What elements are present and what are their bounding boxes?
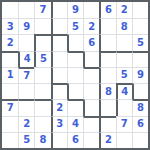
- sudoku-cell[interactable]: [51, 67, 67, 83]
- sudoku-cell[interactable]: [2, 83, 18, 99]
- sudoku-cell[interactable]: 9: [18, 18, 34, 34]
- sudoku-cell[interactable]: 2: [116, 2, 132, 18]
- sudoku-cell[interactable]: 2: [51, 99, 67, 115]
- sudoku-cell[interactable]: 9: [67, 2, 83, 18]
- sudoku-cell[interactable]: [2, 132, 18, 148]
- sudoku-cell[interactable]: [2, 2, 18, 18]
- sudoku-cell[interactable]: [51, 51, 67, 67]
- sudoku-cell[interactable]: [132, 83, 148, 99]
- sudoku-cell[interactable]: [132, 18, 148, 34]
- sudoku-cell[interactable]: [99, 99, 115, 115]
- sudoku-cell[interactable]: [116, 132, 132, 148]
- sudoku-cell[interactable]: 6: [132, 116, 148, 132]
- given-digit: 7: [121, 119, 128, 129]
- given-digit: 5: [23, 135, 30, 145]
- given-digit: 3: [56, 119, 63, 129]
- sudoku-cell[interactable]: 5: [34, 51, 50, 67]
- given-digit: 2: [121, 5, 128, 15]
- sudoku-cell[interactable]: 7: [2, 99, 18, 115]
- sudoku-cell[interactable]: [51, 34, 67, 50]
- given-digit: 2: [88, 22, 95, 32]
- given-digit: 5: [40, 54, 47, 64]
- sudoku-cell[interactable]: [67, 67, 83, 83]
- given-digit: 4: [121, 87, 128, 97]
- sudoku-cell[interactable]: [116, 34, 132, 50]
- sudoku-cell[interactable]: 6: [67, 132, 83, 148]
- given-digit: 8: [105, 87, 112, 97]
- sudoku-cell[interactable]: 2: [99, 132, 115, 148]
- sudoku-cell[interactable]: [67, 99, 83, 115]
- sudoku-cell[interactable]: 4: [116, 83, 132, 99]
- sudoku-cell[interactable]: [2, 116, 18, 132]
- sudoku-cell[interactable]: [83, 132, 99, 148]
- sudoku-cell[interactable]: [116, 51, 132, 67]
- given-digit: 5: [72, 22, 79, 32]
- given-digit: 6: [105, 5, 112, 15]
- sudoku-cell[interactable]: [2, 51, 18, 67]
- sudoku-cell[interactable]: 8: [116, 18, 132, 34]
- sudoku-cell[interactable]: [18, 83, 34, 99]
- sudoku-cell[interactable]: [34, 67, 50, 83]
- sudoku-cell[interactable]: [67, 51, 83, 67]
- sudoku-cell[interactable]: 8: [34, 132, 50, 148]
- given-digit: 1: [7, 70, 14, 80]
- given-digit: 2: [23, 119, 30, 129]
- given-digit: 9: [23, 22, 30, 32]
- sudoku-cell[interactable]: 2: [2, 34, 18, 50]
- given-digit: 6: [72, 135, 79, 145]
- sudoku-cell[interactable]: [99, 18, 115, 34]
- sudoku-cell[interactable]: [34, 99, 50, 115]
- sudoku-cell[interactable]: [18, 34, 34, 50]
- sudoku-cell[interactable]: [99, 51, 115, 67]
- sudoku-cell[interactable]: [99, 34, 115, 50]
- sudoku-cell[interactable]: [51, 132, 67, 148]
- sudoku-cell[interactable]: 6: [83, 34, 99, 50]
- sudoku-cell[interactable]: 5: [67, 18, 83, 34]
- sudoku-cell[interactable]: [83, 83, 99, 99]
- given-digit: 2: [56, 103, 63, 113]
- sudoku-cell[interactable]: [67, 34, 83, 50]
- sudoku-cell[interactable]: 2: [83, 18, 99, 34]
- given-digit: 4: [24, 54, 31, 64]
- sudoku-cell[interactable]: 8: [99, 83, 115, 99]
- given-digit: 7: [40, 5, 47, 15]
- sudoku-cell[interactable]: [132, 51, 148, 67]
- given-digit: 6: [88, 38, 95, 48]
- sudoku-cell[interactable]: [132, 132, 148, 148]
- sudoku-cell[interactable]: [67, 83, 83, 99]
- sudoku-cell[interactable]: 5: [132, 34, 148, 50]
- sudoku-cell[interactable]: 3: [2, 18, 18, 34]
- sudoku-cell[interactable]: 7: [34, 2, 50, 18]
- given-digit: 5: [121, 70, 128, 80]
- sudoku-cell[interactable]: 6: [99, 2, 115, 18]
- given-digit: 5: [137, 38, 144, 48]
- sudoku-cell[interactable]: [83, 99, 99, 115]
- sudoku-cell[interactable]: [51, 83, 67, 99]
- sudoku-cell[interactable]: [83, 116, 99, 132]
- sudoku-cell[interactable]: [34, 116, 50, 132]
- given-digit: 8: [137, 103, 144, 113]
- sudoku-cell[interactable]: 5: [18, 132, 34, 148]
- given-digit: 2: [7, 38, 14, 48]
- sudoku-cell[interactable]: 5: [116, 67, 132, 83]
- given-digit: 7: [7, 103, 14, 113]
- sudoku-cell[interactable]: [99, 67, 115, 83]
- sudoku-cell[interactable]: [83, 67, 99, 83]
- sudoku-cell[interactable]: [34, 83, 50, 99]
- given-digit: 8: [121, 22, 128, 32]
- given-digit: 4: [72, 119, 79, 129]
- sudoku-cell[interactable]: 9: [132, 67, 148, 83]
- sudoku-cell[interactable]: [34, 34, 50, 50]
- sudoku-cell[interactable]: [18, 2, 34, 18]
- given-digit: 7: [23, 71, 30, 81]
- given-digit: 6: [137, 119, 144, 129]
- sudoku-cell[interactable]: 2: [18, 116, 34, 132]
- given-digit: 3: [7, 22, 14, 32]
- sudoku-board: 79623952826545175984728234765862: [0, 0, 150, 150]
- sudoku-cell[interactable]: [51, 18, 67, 34]
- sudoku-cell[interactable]: 7: [116, 116, 132, 132]
- sudoku-cell[interactable]: 7: [18, 67, 34, 83]
- sudoku-cell[interactable]: [18, 99, 34, 115]
- sudoku-cell[interactable]: [34, 18, 50, 34]
- given-digit: 8: [40, 135, 47, 145]
- sudoku-cell[interactable]: [99, 116, 115, 132]
- sudoku-cell[interactable]: 4: [67, 116, 83, 132]
- given-digit: 2: [105, 135, 112, 145]
- sudoku-cell[interactable]: 3: [51, 116, 67, 132]
- sudoku-cell[interactable]: [116, 99, 132, 115]
- sudoku-cell[interactable]: [51, 2, 67, 18]
- given-digit: 9: [72, 5, 79, 15]
- sudoku-cell[interactable]: 4: [18, 51, 34, 67]
- sudoku-cell[interactable]: 8: [132, 99, 148, 115]
- sudoku-cell[interactable]: 1: [2, 67, 18, 83]
- given-digit: 9: [137, 70, 144, 80]
- sudoku-cell[interactable]: [83, 51, 99, 67]
- sudoku-cell[interactable]: [83, 2, 99, 18]
- sudoku-cell[interactable]: [132, 2, 148, 18]
